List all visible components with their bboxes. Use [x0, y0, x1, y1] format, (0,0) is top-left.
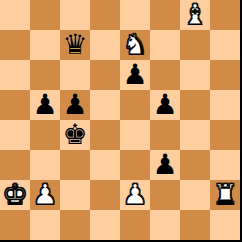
square-h7[interactable] — [210, 30, 240, 60]
square-h1[interactable] — [210, 210, 240, 240]
square-f5[interactable]: ♟ — [150, 90, 180, 120]
square-g5[interactable] — [180, 90, 210, 120]
square-h4[interactable] — [210, 120, 240, 150]
square-d5[interactable] — [90, 90, 120, 120]
square-e6[interactable]: ♟ — [120, 60, 150, 90]
square-c3[interactable] — [60, 150, 90, 180]
square-b6[interactable] — [30, 60, 60, 90]
square-b5[interactable]: ♟ — [30, 90, 60, 120]
square-b7[interactable] — [30, 30, 60, 60]
square-d4[interactable] — [90, 120, 120, 150]
square-g8[interactable]: ♝ — [180, 0, 210, 30]
square-h5[interactable] — [210, 90, 240, 120]
square-a4[interactable] — [0, 120, 30, 150]
piece-white-pawn[interactable]: ♟ — [122, 180, 147, 210]
square-d3[interactable] — [90, 150, 120, 180]
chess-board-frame: ♝♛♞♟♟♟♟♚♟♚♟♟♜ — [0, 0, 242, 242]
square-f2[interactable] — [150, 180, 180, 210]
square-c8[interactable] — [60, 0, 90, 30]
square-b2[interactable]: ♟ — [30, 180, 60, 210]
square-c6[interactable] — [60, 60, 90, 90]
square-d2[interactable] — [90, 180, 120, 210]
piece-white-bishop[interactable]: ♝ — [182, 0, 207, 30]
piece-white-pawn[interactable]: ♟ — [32, 180, 57, 210]
square-g4[interactable] — [180, 120, 210, 150]
square-c1[interactable] — [60, 210, 90, 240]
square-f6[interactable] — [150, 60, 180, 90]
square-c2[interactable] — [60, 180, 90, 210]
piece-black-king[interactable]: ♚ — [62, 120, 87, 150]
square-c7[interactable]: ♛ — [60, 30, 90, 60]
square-e5[interactable] — [120, 90, 150, 120]
square-a1[interactable] — [0, 210, 30, 240]
square-e8[interactable] — [120, 0, 150, 30]
piece-black-pawn[interactable]: ♟ — [32, 90, 57, 120]
square-g1[interactable] — [180, 210, 210, 240]
piece-black-queen[interactable]: ♛ — [62, 30, 87, 60]
piece-white-knight[interactable]: ♞ — [122, 30, 147, 60]
square-h6[interactable] — [210, 60, 240, 90]
square-f8[interactable] — [150, 0, 180, 30]
square-h2[interactable]: ♜ — [210, 180, 240, 210]
square-g6[interactable] — [180, 60, 210, 90]
square-c4[interactable]: ♚ — [60, 120, 90, 150]
square-d1[interactable] — [90, 210, 120, 240]
square-a8[interactable] — [0, 0, 30, 30]
square-d7[interactable] — [90, 30, 120, 60]
square-c5[interactable]: ♟ — [60, 90, 90, 120]
piece-white-king[interactable]: ♚ — [2, 180, 27, 210]
square-a2[interactable]: ♚ — [0, 180, 30, 210]
piece-white-rook[interactable]: ♜ — [212, 180, 237, 210]
piece-black-pawn[interactable]: ♟ — [152, 150, 177, 180]
piece-black-pawn[interactable]: ♟ — [152, 90, 177, 120]
square-b1[interactable] — [30, 210, 60, 240]
square-h3[interactable] — [210, 150, 240, 180]
square-b3[interactable] — [30, 150, 60, 180]
square-e1[interactable] — [120, 210, 150, 240]
square-a3[interactable] — [0, 150, 30, 180]
square-a6[interactable] — [0, 60, 30, 90]
square-a7[interactable] — [0, 30, 30, 60]
square-b8[interactable] — [30, 0, 60, 30]
square-g2[interactable] — [180, 180, 210, 210]
square-f3[interactable]: ♟ — [150, 150, 180, 180]
square-d8[interactable] — [90, 0, 120, 30]
square-a5[interactable] — [0, 90, 30, 120]
chess-board: ♝♛♞♟♟♟♟♚♟♚♟♟♜ — [0, 0, 240, 240]
square-f7[interactable] — [150, 30, 180, 60]
square-g3[interactable] — [180, 150, 210, 180]
square-e7[interactable]: ♞ — [120, 30, 150, 60]
piece-black-pawn[interactable]: ♟ — [62, 90, 87, 120]
square-h8[interactable] — [210, 0, 240, 30]
square-f1[interactable] — [150, 210, 180, 240]
square-e3[interactable] — [120, 150, 150, 180]
square-d6[interactable] — [90, 60, 120, 90]
square-g7[interactable] — [180, 30, 210, 60]
piece-black-pawn[interactable]: ♟ — [122, 60, 147, 90]
square-e2[interactable]: ♟ — [120, 180, 150, 210]
square-f4[interactable] — [150, 120, 180, 150]
square-b4[interactable] — [30, 120, 60, 150]
square-e4[interactable] — [120, 120, 150, 150]
